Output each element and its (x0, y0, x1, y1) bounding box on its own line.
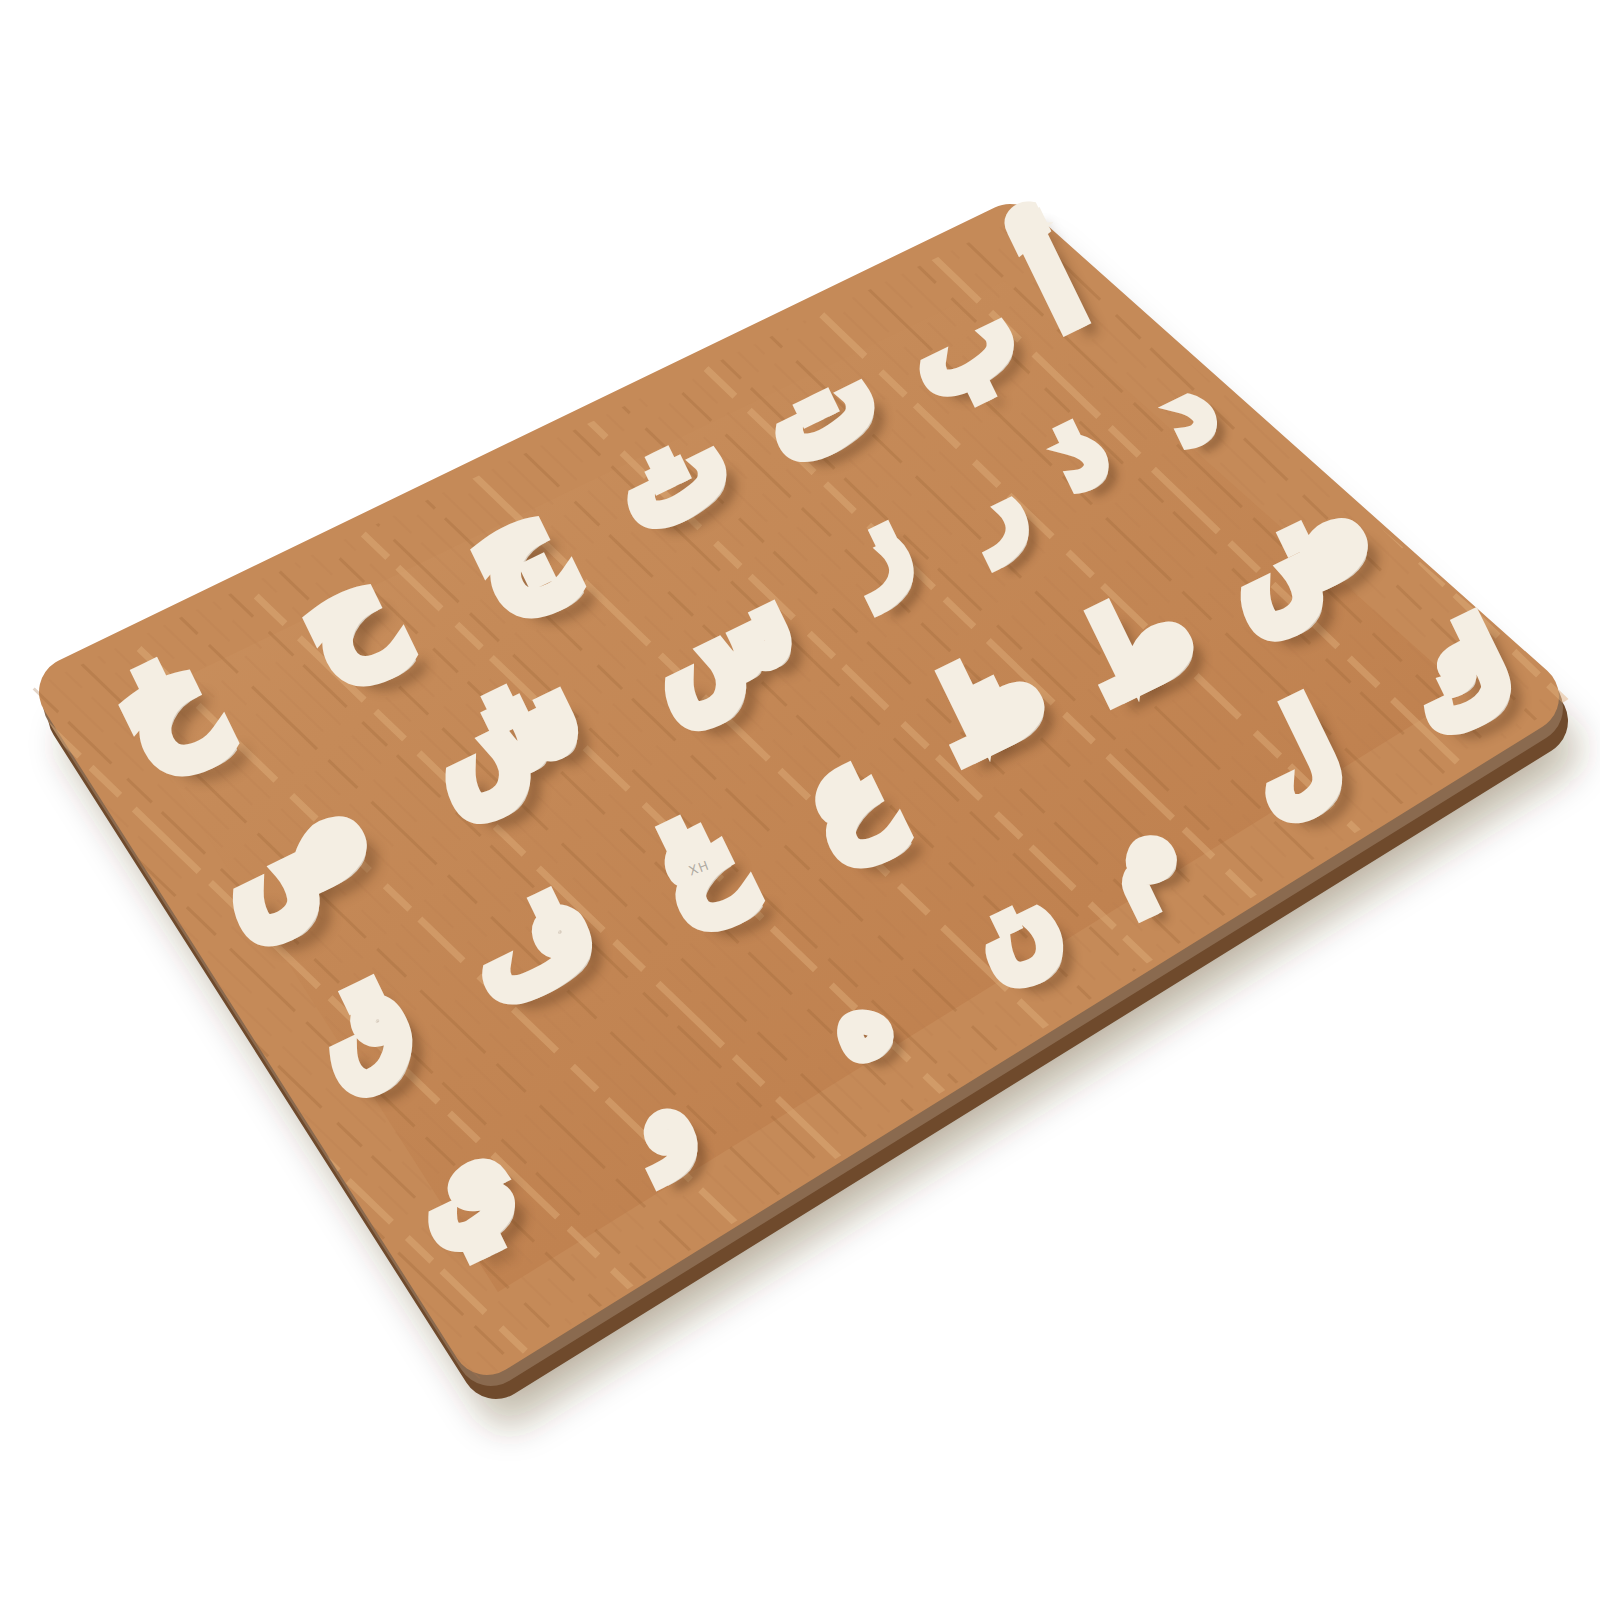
piece-fa[interactable]: فف (457, 870, 605, 1016)
piece-white-backing: ض (1204, 467, 1382, 633)
piece-dal[interactable]: دد (1152, 362, 1223, 455)
piece-heh[interactable]: هه (815, 965, 901, 1072)
piece-sin[interactable]: سس (633, 562, 802, 720)
piece-white-backing: ز (837, 494, 919, 598)
piece-ta[interactable]: تت (753, 339, 888, 477)
piece-white-backing: ص (194, 762, 381, 937)
piece-lam[interactable]: لل (1233, 691, 1351, 822)
product-photo-scene: أأببتتثثججححخخددذذررززسسششصصضضططظظععغغفف… (0, 0, 1600, 1600)
piece-white-backing: ي (395, 1114, 526, 1256)
piece-ghayn[interactable]: غغ (641, 793, 750, 923)
piece-kaf[interactable]: كك (1396, 609, 1526, 748)
piece-white-backing: ل (1231, 689, 1354, 826)
piece-qaf[interactable]: قق (302, 961, 421, 1091)
piece-tah[interactable]: طط (1070, 578, 1203, 715)
piece-white-backing: ك (1394, 606, 1529, 750)
piece-kha[interactable]: خخ (101, 629, 223, 771)
piece-white-backing: ج (451, 474, 573, 615)
piece-white-backing: ش (408, 644, 592, 816)
piece-white-backing: ه (813, 963, 903, 1074)
piece-white-backing: د (1151, 360, 1225, 457)
piece-white-backing: ظ (919, 635, 1058, 777)
piece-white-backing: ع (790, 730, 902, 863)
piece-ra[interactable]: رر (958, 458, 1032, 552)
piece-zah[interactable]: ظظ (921, 638, 1054, 775)
piece-white-backing: ث (602, 403, 742, 546)
piece-white-backing: ت (750, 336, 890, 479)
piece-sad[interactable]: صص (198, 766, 378, 935)
piece-waw[interactable]: وو (619, 1063, 702, 1169)
piece-ba[interactable]: بب (898, 279, 1026, 410)
piece-white-backing: غ (639, 790, 753, 925)
piece-alif[interactable]: أأ (1015, 225, 1094, 342)
piece-nun[interactable]: نن (960, 867, 1070, 989)
piece-tha[interactable]: ثث (605, 406, 740, 544)
piece-jim[interactable]: جج (453, 477, 570, 613)
piece-white-backing: ح (283, 542, 405, 683)
piece-shin[interactable]: شش (412, 648, 589, 813)
piece-hha[interactable]: حح (285, 545, 402, 681)
piece-white-backing: أ (1014, 223, 1096, 345)
piece-white-backing: و (617, 1061, 703, 1171)
piece-white-backing: ذ (1039, 399, 1117, 501)
piece-dhal[interactable]: ذذ (1040, 401, 1115, 499)
piece-white-backing: ن (958, 865, 1072, 992)
piece-zay[interactable]: زز (839, 496, 918, 596)
piece-dad[interactable]: ضض (1208, 470, 1379, 630)
piece-ya[interactable]: يي (397, 1117, 523, 1254)
piece-mim[interactable]: مم (1092, 794, 1187, 905)
piece-white-backing: م (1090, 792, 1188, 908)
piece-white-backing: ق (300, 958, 424, 1093)
piece-white-backing: ب (895, 277, 1029, 413)
piece-ayn[interactable]: عع (792, 732, 899, 860)
piece-white-backing: ط (1068, 575, 1207, 717)
piece-white-backing: ف (454, 867, 608, 1019)
piece-white-backing: ر (956, 456, 1033, 554)
piece-white-backing: س (629, 559, 805, 723)
pieces-layer: أأببتتثثججححخخددذذررززسسششصصضضططظظععغغفف… (0, 0, 1600, 1600)
piece-white-backing: خ (98, 626, 225, 773)
